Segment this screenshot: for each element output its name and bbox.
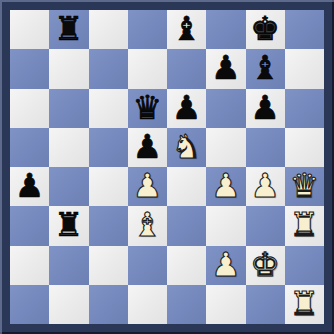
black-pawn[interactable]: ♟ xyxy=(172,91,202,124)
square-g3[interactable] xyxy=(246,206,285,245)
white-queen[interactable]: ♛ xyxy=(290,169,320,202)
square-c2[interactable] xyxy=(89,246,128,285)
white-pawn[interactable]: ♟ xyxy=(250,169,280,202)
square-d4[interactable]: ♟ xyxy=(128,167,167,206)
square-a6[interactable] xyxy=(10,89,49,128)
black-rook[interactable]: ♜ xyxy=(54,12,84,45)
square-f4[interactable]: ♟ xyxy=(206,167,245,206)
square-d1[interactable] xyxy=(128,285,167,324)
square-f3[interactable] xyxy=(206,206,245,245)
square-f7[interactable]: ♟ xyxy=(206,49,245,88)
square-a8[interactable] xyxy=(10,10,49,49)
square-d8[interactable] xyxy=(128,10,167,49)
white-knight[interactable]: ♞ xyxy=(172,130,202,163)
square-b2[interactable] xyxy=(49,246,88,285)
square-e3[interactable] xyxy=(167,206,206,245)
square-h4[interactable]: ♛ xyxy=(285,167,324,206)
white-king[interactable]: ♚ xyxy=(250,248,280,281)
white-pawn[interactable]: ♟ xyxy=(211,248,241,281)
square-g1[interactable] xyxy=(246,285,285,324)
square-h6[interactable] xyxy=(285,89,324,128)
square-a3[interactable] xyxy=(10,206,49,245)
black-rook[interactable]: ♜ xyxy=(54,208,84,241)
square-c1[interactable] xyxy=(89,285,128,324)
square-e6[interactable]: ♟ xyxy=(167,89,206,128)
square-d2[interactable] xyxy=(128,246,167,285)
square-f8[interactable] xyxy=(206,10,245,49)
square-b7[interactable] xyxy=(49,49,88,88)
square-a1[interactable] xyxy=(10,285,49,324)
square-c8[interactable] xyxy=(89,10,128,49)
black-queen[interactable]: ♛ xyxy=(133,91,163,124)
square-e2[interactable] xyxy=(167,246,206,285)
black-bishop[interactable]: ♝ xyxy=(172,12,202,45)
square-h3[interactable]: ♜ xyxy=(285,206,324,245)
square-g7[interactable]: ♝ xyxy=(246,49,285,88)
square-g8[interactable]: ♚ xyxy=(246,10,285,49)
square-c7[interactable] xyxy=(89,49,128,88)
square-d3[interactable]: ♝ xyxy=(128,206,167,245)
square-b8[interactable]: ♜ xyxy=(49,10,88,49)
square-d5[interactable]: ♟ xyxy=(128,128,167,167)
square-h5[interactable] xyxy=(285,128,324,167)
white-pawn[interactable]: ♟ xyxy=(211,169,241,202)
square-h8[interactable] xyxy=(285,10,324,49)
square-e5[interactable]: ♞ xyxy=(167,128,206,167)
black-pawn[interactable]: ♟ xyxy=(15,169,45,202)
square-f6[interactable] xyxy=(206,89,245,128)
black-pawn[interactable]: ♟ xyxy=(211,51,241,84)
square-e4[interactable] xyxy=(167,167,206,206)
square-g6[interactable]: ♟ xyxy=(246,89,285,128)
square-d6[interactable]: ♛ xyxy=(128,89,167,128)
square-f2[interactable]: ♟ xyxy=(206,246,245,285)
chess-board: ♜♝♚♟♝♛♟♟♟♞♟♟♟♟♛♜♝♜♟♚♜ xyxy=(10,10,324,324)
white-rook[interactable]: ♜ xyxy=(290,208,320,241)
square-e8[interactable]: ♝ xyxy=(167,10,206,49)
black-pawn[interactable]: ♟ xyxy=(250,91,280,124)
square-b4[interactable] xyxy=(49,167,88,206)
square-d7[interactable] xyxy=(128,49,167,88)
square-c5[interactable] xyxy=(89,128,128,167)
square-f1[interactable] xyxy=(206,285,245,324)
white-pawn[interactable]: ♟ xyxy=(133,169,163,202)
square-c3[interactable] xyxy=(89,206,128,245)
board-frame: ♜♝♚♟♝♛♟♟♟♞♟♟♟♟♛♜♝♜♟♚♜ xyxy=(0,0,334,334)
square-b3[interactable]: ♜ xyxy=(49,206,88,245)
square-g2[interactable]: ♚ xyxy=(246,246,285,285)
square-c6[interactable] xyxy=(89,89,128,128)
black-bishop[interactable]: ♝ xyxy=(250,51,280,84)
white-bishop[interactable]: ♝ xyxy=(133,208,163,241)
square-c4[interactable] xyxy=(89,167,128,206)
square-b6[interactable] xyxy=(49,89,88,128)
black-pawn[interactable]: ♟ xyxy=(133,130,163,163)
square-f5[interactable] xyxy=(206,128,245,167)
square-e1[interactable] xyxy=(167,285,206,324)
square-a7[interactable] xyxy=(10,49,49,88)
square-b1[interactable] xyxy=(49,285,88,324)
square-a5[interactable] xyxy=(10,128,49,167)
square-b5[interactable] xyxy=(49,128,88,167)
square-e7[interactable] xyxy=(167,49,206,88)
square-h7[interactable] xyxy=(285,49,324,88)
white-rook[interactable]: ♜ xyxy=(290,287,320,320)
black-king[interactable]: ♚ xyxy=(250,12,280,45)
square-g4[interactable]: ♟ xyxy=(246,167,285,206)
square-a4[interactable]: ♟ xyxy=(10,167,49,206)
square-h1[interactable]: ♜ xyxy=(285,285,324,324)
square-a2[interactable] xyxy=(10,246,49,285)
square-g5[interactable] xyxy=(246,128,285,167)
square-h2[interactable] xyxy=(285,246,324,285)
